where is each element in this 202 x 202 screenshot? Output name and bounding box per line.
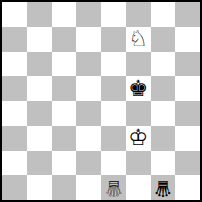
square-g7[interactable] xyxy=(151,27,176,52)
square-b6[interactable] xyxy=(27,52,52,77)
square-c8[interactable] xyxy=(52,2,77,27)
square-d2[interactable] xyxy=(76,151,101,176)
square-a8[interactable] xyxy=(2,2,27,27)
square-g1[interactable]: ♛ xyxy=(151,175,176,200)
square-a3[interactable] xyxy=(2,126,27,151)
square-c1[interactable] xyxy=(52,175,77,200)
piece-black-king[interactable]: ♚ xyxy=(128,78,148,100)
square-d8[interactable] xyxy=(76,2,101,27)
square-h7[interactable] xyxy=(175,27,200,52)
square-d3[interactable] xyxy=(76,126,101,151)
square-h2[interactable] xyxy=(175,151,200,176)
square-c4[interactable] xyxy=(52,101,77,126)
square-b8[interactable] xyxy=(27,2,52,27)
square-b5[interactable] xyxy=(27,76,52,101)
square-d1[interactable] xyxy=(76,175,101,200)
square-a5[interactable] xyxy=(2,76,27,101)
square-d4[interactable] xyxy=(76,101,101,126)
square-c7[interactable] xyxy=(52,27,77,52)
square-a4[interactable] xyxy=(2,101,27,126)
square-a2[interactable] xyxy=(2,151,27,176)
square-g8[interactable] xyxy=(151,2,176,27)
square-g6[interactable] xyxy=(151,52,176,77)
square-h3[interactable] xyxy=(175,126,200,151)
square-f4[interactable] xyxy=(126,101,151,126)
square-g3[interactable] xyxy=(151,126,176,151)
square-d7[interactable] xyxy=(76,27,101,52)
square-h8[interactable] xyxy=(175,2,200,27)
piece-white-king[interactable]: ♔ xyxy=(128,127,148,149)
piece-white-grasshopper[interactable]: ♕ xyxy=(104,177,124,199)
square-f3[interactable]: ♔ xyxy=(126,126,151,151)
square-b2[interactable] xyxy=(27,151,52,176)
square-b7[interactable] xyxy=(27,27,52,52)
square-c5[interactable] xyxy=(52,76,77,101)
square-c6[interactable] xyxy=(52,52,77,77)
square-h5[interactable] xyxy=(175,76,200,101)
square-f6[interactable] xyxy=(126,52,151,77)
square-e7[interactable] xyxy=(101,27,126,52)
square-a6[interactable] xyxy=(2,52,27,77)
piece-white-knight[interactable]: ♘ xyxy=(128,28,148,50)
chessboard: ♘♚♔♕♛ xyxy=(2,2,200,200)
square-f5[interactable]: ♚ xyxy=(126,76,151,101)
square-a7[interactable] xyxy=(2,27,27,52)
square-f1[interactable] xyxy=(126,175,151,200)
square-e5[interactable] xyxy=(101,76,126,101)
square-g5[interactable] xyxy=(151,76,176,101)
square-h1[interactable] xyxy=(175,175,200,200)
square-c3[interactable] xyxy=(52,126,77,151)
square-b4[interactable] xyxy=(27,101,52,126)
square-e2[interactable] xyxy=(101,151,126,176)
square-b1[interactable] xyxy=(27,175,52,200)
square-e3[interactable] xyxy=(101,126,126,151)
square-g4[interactable] xyxy=(151,101,176,126)
square-e8[interactable] xyxy=(101,2,126,27)
square-d6[interactable] xyxy=(76,52,101,77)
square-a1[interactable] xyxy=(2,175,27,200)
square-h4[interactable] xyxy=(175,101,200,126)
square-c2[interactable] xyxy=(52,151,77,176)
piece-black-grasshopper[interactable]: ♛ xyxy=(153,177,173,199)
square-f7[interactable]: ♘ xyxy=(126,27,151,52)
square-e6[interactable] xyxy=(101,52,126,77)
square-d5[interactable] xyxy=(76,76,101,101)
square-h6[interactable] xyxy=(175,52,200,77)
square-e4[interactable] xyxy=(101,101,126,126)
square-g2[interactable] xyxy=(151,151,176,176)
square-f2[interactable] xyxy=(126,151,151,176)
square-e1[interactable]: ♕ xyxy=(101,175,126,200)
square-f8[interactable] xyxy=(126,2,151,27)
square-b3[interactable] xyxy=(27,126,52,151)
chessboard-frame: ♘♚♔♕♛ xyxy=(0,0,202,202)
